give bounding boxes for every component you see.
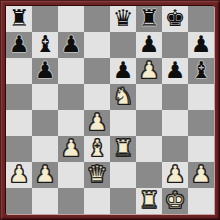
square-f6[interactable]: ♟ [136,58,162,84]
square-d1[interactable] [84,188,110,214]
square-h5[interactable] [188,84,214,110]
square-d8[interactable] [84,6,110,32]
square-a7[interactable]: ♟ [6,32,32,58]
square-f8[interactable]: ♜ [136,6,162,32]
square-h3[interactable] [188,136,214,162]
white-rook-icon: ♜ [139,189,160,212]
square-h6[interactable]: ♝ [188,58,214,84]
square-b4[interactable] [32,110,58,136]
white-pawn-icon: ♟ [61,137,82,160]
black-bishop-icon: ♝ [191,59,212,82]
square-g2[interactable]: ♟ [162,162,188,188]
square-d7[interactable] [84,32,110,58]
square-c6[interactable] [58,58,84,84]
square-f4[interactable] [136,110,162,136]
square-a8[interactable]: ♜ [6,6,32,32]
white-pawn-icon: ♟ [191,163,212,186]
square-h8[interactable] [188,6,214,32]
square-f5[interactable] [136,84,162,110]
square-a5[interactable] [6,84,32,110]
square-e6[interactable]: ♟ [110,58,136,84]
square-b3[interactable] [32,136,58,162]
square-f7[interactable]: ♟ [136,32,162,58]
black-pawn-icon: ♟ [9,33,30,56]
square-b1[interactable] [32,188,58,214]
black-king-icon: ♚ [165,7,186,30]
square-b2[interactable]: ♟ [32,162,58,188]
square-b5[interactable] [32,84,58,110]
square-f2[interactable] [136,162,162,188]
white-pawn-icon: ♟ [35,163,56,186]
square-g8[interactable]: ♚ [162,6,188,32]
square-a1[interactable] [6,188,32,214]
square-d2[interactable]: ♛ [84,162,110,188]
square-h1[interactable] [188,188,214,214]
square-d4[interactable]: ♟ [84,110,110,136]
white-knight-icon: ♞ [113,85,134,108]
white-pawn-icon: ♟ [87,111,108,134]
black-pawn-icon: ♟ [113,59,134,82]
white-bishop-icon: ♝ [87,137,108,160]
square-b6[interactable]: ♟ [32,58,58,84]
square-g6[interactable]: ♟ [162,58,188,84]
square-h4[interactable] [188,110,214,136]
black-pawn-icon: ♟ [191,33,212,56]
square-e3[interactable]: ♜ [110,136,136,162]
black-pawn-icon: ♟ [35,59,56,82]
square-c2[interactable] [58,162,84,188]
square-d3[interactable]: ♝ [84,136,110,162]
black-rook-icon: ♜ [139,7,160,30]
square-e4[interactable] [110,110,136,136]
square-g4[interactable] [162,110,188,136]
black-bishop-icon: ♝ [35,33,56,56]
white-rook-icon: ♜ [113,137,134,160]
square-b7[interactable]: ♝ [32,32,58,58]
square-h2[interactable]: ♟ [188,162,214,188]
square-a6[interactable] [6,58,32,84]
square-g7[interactable] [162,32,188,58]
square-a3[interactable] [6,136,32,162]
square-h7[interactable]: ♟ [188,32,214,58]
square-c4[interactable] [58,110,84,136]
black-pawn-icon: ♟ [165,59,186,82]
black-pawn-icon: ♟ [61,33,82,56]
square-g5[interactable] [162,84,188,110]
black-rook-icon: ♜ [9,7,30,30]
black-queen-icon: ♛ [113,7,134,30]
white-pawn-icon: ♟ [9,163,30,186]
black-pawn-icon: ♟ [139,33,160,56]
square-d5[interactable] [84,84,110,110]
square-e8[interactable]: ♛ [110,6,136,32]
square-e5[interactable]: ♞ [110,84,136,110]
square-e2[interactable] [110,162,136,188]
white-pawn-icon: ♟ [165,163,186,186]
square-c8[interactable] [58,6,84,32]
square-b8[interactable] [32,6,58,32]
chess-board: ♜♛♜♚♟♝♟♟♟♟♟♟♟♝♞♟♟♝♜♟♟♛♟♟♜♚ [6,6,214,214]
square-e7[interactable] [110,32,136,58]
white-queen-icon: ♛ [87,163,108,186]
square-a2[interactable]: ♟ [6,162,32,188]
square-g1[interactable]: ♚ [162,188,188,214]
square-g3[interactable] [162,136,188,162]
board-frame: ♜♛♜♚♟♝♟♟♟♟♟♟♟♝♞♟♟♝♜♟♟♛♟♟♜♚ [0,0,220,220]
square-f1[interactable]: ♜ [136,188,162,214]
square-c1[interactable] [58,188,84,214]
square-c3[interactable]: ♟ [58,136,84,162]
white-pawn-icon: ♟ [139,59,160,82]
square-c7[interactable]: ♟ [58,32,84,58]
square-e1[interactable] [110,188,136,214]
white-king-icon: ♚ [165,189,186,212]
square-d6[interactable] [84,58,110,84]
square-a4[interactable] [6,110,32,136]
square-f3[interactable] [136,136,162,162]
square-c5[interactable] [58,84,84,110]
